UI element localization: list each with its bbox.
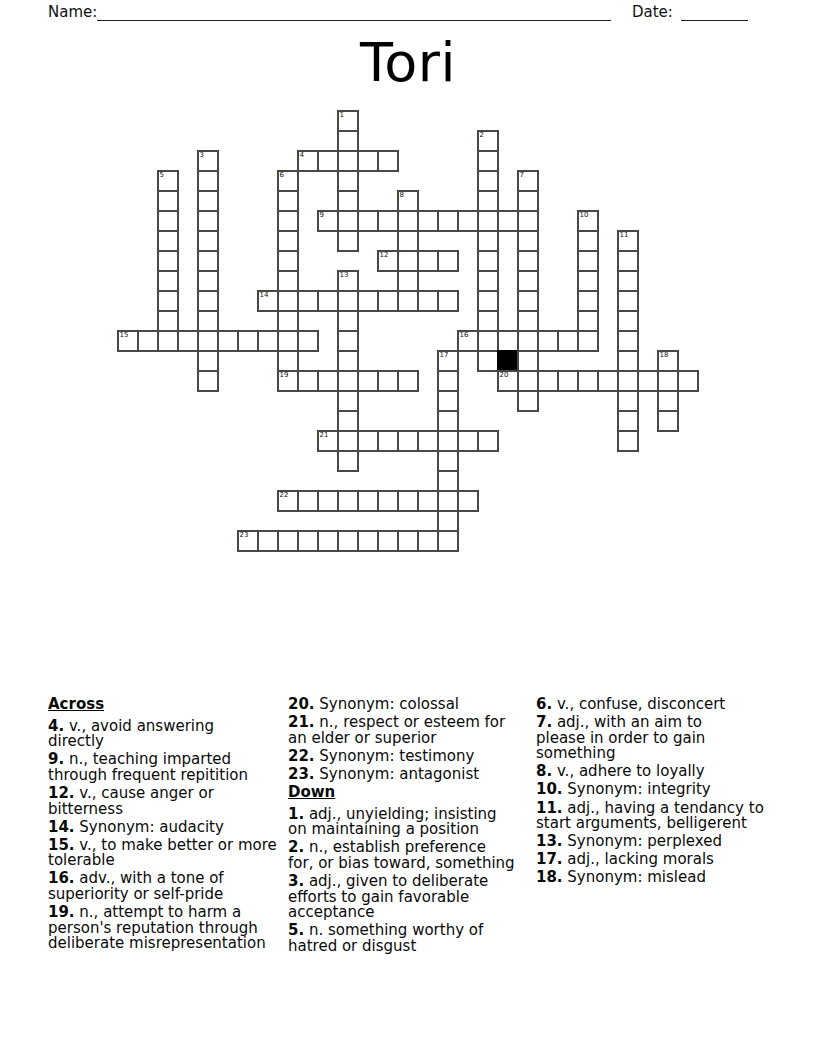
grid-cell-14-9[interactable] [397,290,419,312]
grid-cell-4-12[interactable] [197,350,219,372]
grid-cell-21-13[interactable] [537,370,559,392]
grid-cell-2-9[interactable] [157,290,179,312]
grid-cell-10-19[interactable] [317,490,339,512]
grid-cell-14-13[interactable] [397,370,419,392]
clue-text: n., respect or esteem for an elder or su… [288,713,505,747]
clue-7: 7. adj., with an aim to please in order … [536,715,788,762]
clue-number: 18. [536,868,563,886]
clue-1: 1. adj., unyielding; insisting on mainta… [288,807,534,838]
cell-number-3: 3 [200,152,204,159]
grid-cell-20-4[interactable] [517,190,539,212]
grid-cell-18-2[interactable] [477,150,499,172]
clue-17: 17. adj., lacking morals [536,852,788,868]
grid-cell-20-12[interactable] [517,350,539,372]
clue-2: 2. n., establish preference for, or bias… [288,840,534,871]
clue-8: 8. v., adhere to loyally [536,764,788,780]
clue-text: adj., given to deliberate efforts to gai… [288,872,488,921]
clue-number: 13. [536,832,563,850]
grid-cell-13-13[interactable] [377,370,399,392]
grid-cell-20-6[interactable] [517,230,539,252]
grid-cell-12-21[interactable] [357,530,379,552]
clue-13: 13. Synonym: perplexed [536,834,788,850]
grid-cell-10-13[interactable] [317,370,339,392]
grid-cell-11-5[interactable] [337,210,359,232]
cell-number-4: 4 [300,152,304,159]
clue-text: Synonym: antagonist [315,765,480,783]
cell-number-1: 1 [340,112,344,119]
grid-cell-25-12[interactable] [617,350,639,372]
grid-cell-25-7[interactable] [617,250,639,272]
clue-22: 22. Synonym: testimony [288,749,534,765]
clue-text: adj., with an aim to please in order to … [536,713,705,762]
grid-cell-25-15[interactable] [617,410,639,432]
clue-text: Synonym: mislead [563,868,706,886]
grid-cell-22-11[interactable] [557,330,579,352]
grid-cell-6-11[interactable] [237,330,259,352]
grid-cell-25-8[interactable] [617,270,639,292]
cell-number-21: 21 [320,432,329,439]
grid-cell-12-13[interactable] [357,370,379,392]
clue-text: Synonym: testimony [315,747,475,765]
grid-cell-12-19[interactable] [357,490,379,512]
cell-number-23: 23 [240,532,249,539]
grid-cell-13-2[interactable] [377,150,399,172]
grid-cell-25-11[interactable] [617,330,639,352]
grid-cell-10-9[interactable] [317,290,339,312]
grid-cell-17-16[interactable] [457,430,479,452]
grid-cell-18-12[interactable] [477,350,499,372]
clue-14: 14. Synonym: audacity [48,820,286,836]
grid-cell-20-9[interactable] [517,290,539,312]
grid-cell-15-21[interactable] [417,530,439,552]
cell-number-19: 19 [280,372,289,379]
grid-cell-25-14[interactable] [617,390,639,412]
grid-cell-8-10[interactable] [277,310,299,332]
grid-cell-8-12[interactable] [277,350,299,372]
grid-cell-20-11[interactable] [517,330,539,352]
grid-cell-8-5[interactable] [277,210,299,232]
grid-cell-11-21[interactable] [337,530,359,552]
grid-cell-20-14[interactable] [517,390,539,412]
grid-cell-20-5[interactable] [517,210,539,232]
grid-cell-18-7[interactable] [477,250,499,272]
clue-4: 4. v., avoid answering directly [48,719,286,750]
cell-number-17: 17 [440,352,449,359]
clue-text: v., to make better or more tolerable [48,836,277,870]
grid-cell-27-14[interactable] [657,390,679,412]
grid-cell-2-8[interactable] [157,270,179,292]
grid-cell-12-2[interactable] [357,150,379,172]
cell-number-2: 2 [480,132,484,139]
grid-cell-11-14[interactable] [337,390,359,412]
clue-text: adv., with a tone of superiority or self… [48,869,224,903]
cell-number-8: 8 [400,192,404,199]
cell-number-6: 6 [280,172,284,179]
cell-number-5: 5 [160,172,164,179]
grid-cell-11-9[interactable] [337,290,359,312]
clue-text: Synonym: perplexed [563,832,722,850]
grid-cell-14-7[interactable] [397,250,419,272]
clue-text: n., establish preference for, or bias to… [288,838,515,872]
grid-cell-12-16[interactable] [357,430,379,452]
clue-15: 15. v., to make better or more tolerable [48,838,286,869]
worksheet-page: Name: Date: Tori 12345678910111213141516… [0,0,816,1056]
grid-cell-14-8[interactable] [397,270,419,292]
clue-column-2: 20. Synonym: colossal21. n., respect or … [288,697,534,957]
grid-cell-8-11[interactable] [277,330,299,352]
clue-text: n. something worthy of hatred or disgust [288,921,483,955]
clue-number: 20. [288,695,315,713]
grid-cell-16-15[interactable] [437,410,459,432]
cell-number-11: 11 [620,232,629,239]
clue-23: 23. Synonym: antagonist [288,767,534,783]
clue-21: 21. n., respect or esteem for an elder o… [288,715,534,746]
grid-cell-22-13[interactable] [557,370,579,392]
clue-text: n., attempt to harm a person's reputatio… [48,903,266,952]
grid-cell-24-13[interactable] [597,370,619,392]
clue-19: 19. n., attempt to harm a person's reput… [48,905,286,952]
grid-cell-11-19[interactable] [337,490,359,512]
clue-20: 20. Synonym: colossal [288,697,534,713]
date-label: Date: [632,3,673,21]
grid-cell-8-4[interactable] [277,190,299,212]
clue-text: Synonym: colossal [315,695,459,713]
grid-cell-5-11[interactable] [217,330,239,352]
clue-text: Synonym: audacity [75,818,224,836]
grid-cell-18-5[interactable] [477,210,499,232]
clue-column-1: Across4. v., avoid answering directly9. … [48,697,286,954]
grid-cell-16-14[interactable] [437,390,459,412]
grid-cell-18-4[interactable] [477,190,499,212]
grid-cell-16-19[interactable] [437,490,459,512]
grid-cell-9-11[interactable] [297,330,319,352]
grid-cell-17-19[interactable] [457,490,479,512]
clue-3: 3. adj., given to deliberate efforts to … [288,874,534,921]
cell-number-7: 7 [520,172,524,179]
grid-cell-16-13[interactable] [437,370,459,392]
grid-cell-16-17[interactable] [437,450,459,472]
grid-cell-13-21[interactable] [377,530,399,552]
grid-cell-16-18[interactable] [437,470,459,492]
cell-number-10: 10 [580,212,589,219]
grid-cell-14-6[interactable] [397,230,419,252]
grid-cell-2-10[interactable] [157,310,179,332]
grid-cell-8-21[interactable] [277,530,299,552]
grid-cell-4-10[interactable] [197,310,219,332]
grid-cell-4-8[interactable] [197,270,219,292]
grid-cell-23-9[interactable] [577,290,599,312]
grid-cell-11-13[interactable] [337,370,359,392]
grid-cell-23-11[interactable] [577,330,599,352]
grid-cell-8-9[interactable] [277,290,299,312]
clue-text: Synonym: integrity [563,780,711,798]
grid-cell-16-9[interactable] [437,290,459,312]
grid-cell-4-7[interactable] [197,250,219,272]
grid-cell-9-13[interactable] [297,370,319,392]
grid-cell-11-10[interactable] [337,310,359,332]
grid-cell-11-3[interactable] [337,170,359,192]
grid-cell-11-2[interactable] [337,150,359,172]
grid-cell-11-12[interactable] [337,350,359,372]
clue-9: 9. n., teaching imparted through frequen… [48,752,286,783]
grid-cell-9-19[interactable] [297,490,319,512]
black-cell [497,350,519,372]
grid-cell-13-5[interactable] [377,210,399,232]
cell-number-15: 15 [120,332,129,339]
clue-6: 6. v., confuse, disconcert [536,697,788,713]
grid-cell-15-9[interactable] [417,290,439,312]
grid-cell-11-16[interactable] [337,430,359,452]
grid-cell-27-15[interactable] [657,410,679,432]
grid-cell-4-9[interactable] [197,290,219,312]
grid-cell-4-13[interactable] [197,370,219,392]
grid-cell-18-8[interactable] [477,270,499,292]
clue-number: 10. [536,780,563,798]
grid-cell-20-7[interactable] [517,250,539,272]
grid-cell-18-16[interactable] [477,430,499,452]
clue-column-3: 6. v., confuse, disconcert7. adj., with … [536,697,788,889]
clue-text: adj., lacking morals [563,850,714,868]
grid-cell-2-6[interactable] [157,230,179,252]
grid-cell-14-21[interactable] [397,530,419,552]
grid-cell-17-5[interactable] [457,210,479,232]
grid-cell-4-5[interactable] [197,210,219,232]
grid-cell-25-9[interactable] [617,290,639,312]
grid-cell-13-16[interactable] [377,430,399,452]
grid-cell-2-4[interactable] [157,190,179,212]
grid-cell-4-11[interactable] [197,330,219,352]
crossword-grid: 1234567891011121314151617181920212223 [117,110,699,552]
grid-cell-11-17[interactable] [337,450,359,472]
clue-number: 14. [48,818,75,836]
clue-16: 16. adv., with a tone of superiority or … [48,871,286,902]
clue-11: 11. adj., having a tendancy to start arg… [536,801,788,832]
grid-cell-9-9[interactable] [297,290,319,312]
grid-cell-25-10[interactable] [617,310,639,332]
cell-number-20: 20 [500,372,509,379]
grid-cell-14-16[interactable] [397,430,419,452]
grid-cell-4-3[interactable] [197,170,219,192]
grid-cell-25-16[interactable] [617,430,639,452]
grid-cell-2-11[interactable] [157,330,179,352]
clue-text: v., avoid answering directly [48,717,214,751]
grid-cell-23-13[interactable] [577,370,599,392]
grid-cell-15-5[interactable] [417,210,439,232]
clue-number: 23. [288,765,315,783]
clue-text: v., adhere to loyally [552,762,705,780]
clue-text: adj., unyielding; insisting on maintaini… [288,805,497,839]
grid-cell-23-7[interactable] [577,250,599,272]
grid-cell-18-6[interactable] [477,230,499,252]
grid-cell-11-11[interactable] [337,330,359,352]
date-blank-line [681,3,748,21]
down-header: Down [288,785,534,801]
grid-cell-25-13[interactable] [617,370,639,392]
cell-number-12: 12 [380,252,389,259]
grid-cell-9-21[interactable] [297,530,319,552]
clue-number: 6. [536,695,552,713]
grid-cell-26-13[interactable] [637,370,659,392]
grid-cell-7-11[interactable] [257,330,279,352]
grid-cell-16-5[interactable] [437,210,459,232]
grid-cell-14-19[interactable] [397,490,419,512]
grid-cell-10-2[interactable] [317,150,339,172]
grid-cell-1-11[interactable] [137,330,159,352]
grid-cell-19-11[interactable] [497,330,519,352]
clue-5: 5. n. something worthy of hatred or disg… [288,923,534,954]
grid-cell-18-10[interactable] [477,310,499,332]
grid-cell-16-21[interactable] [437,530,459,552]
cell-number-16: 16 [460,332,469,339]
grid-cell-4-4[interactable] [197,190,219,212]
grid-cell-18-11[interactable] [477,330,499,352]
cell-number-18: 18 [660,352,669,359]
cell-number-9: 9 [320,212,324,219]
grid-cell-16-16[interactable] [437,430,459,452]
clue-text: v., confuse, disconcert [552,695,725,713]
clue-18: 18. Synonym: mislead [536,870,788,886]
cell-number-22: 22 [280,492,289,499]
grid-cell-2-7[interactable] [157,250,179,272]
clue-text: adj., having a tendancy to start argumen… [536,799,764,833]
grid-cell-19-5[interactable] [497,210,519,232]
grid-cell-18-9[interactable] [477,290,499,312]
grid-cell-11-6[interactable] [337,230,359,252]
clue-12: 12. v., cause anger or bitterness [48,786,286,817]
grid-cell-8-6[interactable] [277,230,299,252]
grid-cell-11-1[interactable] [337,130,359,152]
grid-cell-28-13[interactable] [677,370,699,392]
grid-cell-8-8[interactable] [277,270,299,292]
grid-cell-18-3[interactable] [477,170,499,192]
grid-cell-7-21[interactable] [257,530,279,552]
cell-number-14: 14 [260,292,269,299]
grid-cell-3-11[interactable] [177,330,199,352]
grid-cell-15-16[interactable] [417,430,439,452]
grid-cell-27-13[interactable] [657,370,679,392]
grid-cell-16-7[interactable] [437,250,459,272]
grid-cell-14-5[interactable] [397,210,419,232]
grid-cell-12-5[interactable] [357,210,379,232]
grid-cell-20-8[interactable] [517,270,539,292]
grid-cell-23-8[interactable] [577,270,599,292]
grid-cell-2-5[interactable] [157,210,179,232]
grid-cell-10-21[interactable] [317,530,339,552]
grid-cell-20-10[interactable] [517,310,539,332]
grid-cell-13-9[interactable] [377,290,399,312]
across-header: Across [48,697,286,713]
name-blank-line [97,3,611,21]
grid-cell-13-19[interactable] [377,490,399,512]
grid-cell-20-13[interactable] [517,370,539,392]
grid-cell-23-6[interactable] [577,230,599,252]
clue-number: 17. [536,850,563,868]
grid-cell-4-6[interactable] [197,230,219,252]
grid-cell-11-4[interactable] [337,190,359,212]
clue-text: n., teaching imparted through frequent r… [48,750,248,784]
grid-cell-12-9[interactable] [357,290,379,312]
clue-number: 8. [536,762,552,780]
grid-cell-15-19[interactable] [417,490,439,512]
grid-cell-16-20[interactable] [437,510,459,532]
grid-cell-11-15[interactable] [337,410,359,432]
grid-cell-21-11[interactable] [537,330,559,352]
clue-number: 22. [288,747,315,765]
puzzle-title: Tori [0,31,816,94]
grid-cell-15-7[interactable] [417,250,439,272]
cell-number-13: 13 [340,272,349,279]
clue-10: 10. Synonym: integrity [536,782,788,798]
grid-cell-23-10[interactable] [577,310,599,332]
name-label: Name: [48,3,97,21]
grid-cell-8-7[interactable] [277,250,299,272]
